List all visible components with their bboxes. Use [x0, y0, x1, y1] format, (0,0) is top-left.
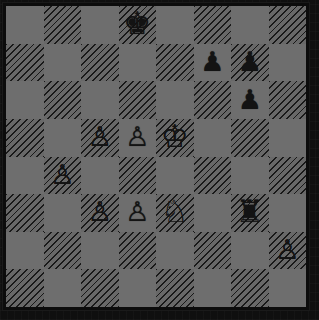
square-a4[interactable] [6, 157, 44, 195]
square-d1[interactable] [119, 269, 157, 307]
square-g7[interactable]: ♟ [231, 44, 269, 82]
piece-black-pawn[interactable]: ♟ [238, 48, 262, 75]
square-f6[interactable] [194, 81, 232, 119]
square-c8[interactable] [81, 6, 119, 44]
square-b4[interactable]: ♙ [44, 157, 82, 195]
square-g3[interactable]: ♜ [231, 194, 269, 232]
piece-black-king[interactable]: ♚ [123, 8, 151, 39]
square-h2[interactable]: ♙ [269, 232, 307, 270]
square-e6[interactable] [156, 81, 194, 119]
square-h7[interactable] [269, 44, 307, 82]
square-e3[interactable]: ♘ [156, 194, 194, 232]
square-d3[interactable]: ♙ [119, 194, 157, 232]
square-b6[interactable] [44, 81, 82, 119]
square-d5[interactable]: ♙ [119, 119, 157, 157]
square-c3[interactable]: ♙ [81, 194, 119, 232]
piece-black-pawn[interactable]: ♟ [238, 86, 262, 113]
square-h5[interactable] [269, 119, 307, 157]
square-e2[interactable] [156, 232, 194, 270]
square-c4[interactable] [81, 157, 119, 195]
square-e7[interactable] [156, 44, 194, 82]
piece-white-knight[interactable]: ♘ [161, 196, 189, 227]
square-g1[interactable] [231, 269, 269, 307]
square-f2[interactable] [194, 232, 232, 270]
square-d6[interactable] [119, 81, 157, 119]
piece-white-pawn[interactable]: ♙ [88, 198, 112, 225]
square-h1[interactable] [269, 269, 307, 307]
piece-white-pawn[interactable]: ♙ [125, 123, 149, 150]
piece-white-pawn[interactable]: ♙ [50, 161, 74, 188]
square-f3[interactable] [194, 194, 232, 232]
square-a7[interactable] [6, 44, 44, 82]
square-h8[interactable] [269, 6, 307, 44]
square-e4[interactable] [156, 157, 194, 195]
square-f1[interactable] [194, 269, 232, 307]
square-h6[interactable] [269, 81, 307, 119]
chess-board-frame: ♚♟♟♟♙♙♔♙♙♙♘♜♙ [3, 3, 309, 310]
piece-white-pawn[interactable]: ♙ [88, 123, 112, 150]
square-b5[interactable] [44, 119, 82, 157]
piece-white-pawn[interactable]: ♙ [125, 198, 149, 225]
square-c5[interactable]: ♙ [81, 119, 119, 157]
square-b7[interactable] [44, 44, 82, 82]
square-e8[interactable] [156, 6, 194, 44]
square-c7[interactable] [81, 44, 119, 82]
square-d2[interactable] [119, 232, 157, 270]
square-b2[interactable] [44, 232, 82, 270]
square-e5[interactable]: ♔ [156, 119, 194, 157]
piece-black-pawn[interactable]: ♟ [200, 48, 224, 75]
square-c1[interactable] [81, 269, 119, 307]
square-h4[interactable] [269, 157, 307, 195]
square-a8[interactable] [6, 6, 44, 44]
square-f5[interactable] [194, 119, 232, 157]
piece-white-pawn[interactable]: ♙ [275, 236, 299, 263]
square-c2[interactable] [81, 232, 119, 270]
square-a1[interactable] [6, 269, 44, 307]
square-d4[interactable] [119, 157, 157, 195]
square-a5[interactable] [6, 119, 44, 157]
square-g4[interactable] [231, 157, 269, 195]
square-h3[interactable] [269, 194, 307, 232]
square-d8[interactable]: ♚ [119, 6, 157, 44]
square-a6[interactable] [6, 81, 44, 119]
piece-white-king[interactable]: ♔ [161, 121, 189, 152]
piece-black-rook[interactable]: ♜ [236, 196, 264, 227]
square-f8[interactable] [194, 6, 232, 44]
square-a3[interactable] [6, 194, 44, 232]
square-e1[interactable] [156, 269, 194, 307]
square-a2[interactable] [6, 232, 44, 270]
square-g5[interactable] [231, 119, 269, 157]
square-d7[interactable] [119, 44, 157, 82]
square-f7[interactable]: ♟ [194, 44, 232, 82]
square-g6[interactable]: ♟ [231, 81, 269, 119]
square-b1[interactable] [44, 269, 82, 307]
square-g2[interactable] [231, 232, 269, 270]
square-b3[interactable] [44, 194, 82, 232]
square-b8[interactable] [44, 6, 82, 44]
square-g8[interactable] [231, 6, 269, 44]
square-c6[interactable] [81, 81, 119, 119]
chess-board: ♚♟♟♟♙♙♔♙♙♙♘♜♙ [6, 6, 306, 307]
square-f4[interactable] [194, 157, 232, 195]
